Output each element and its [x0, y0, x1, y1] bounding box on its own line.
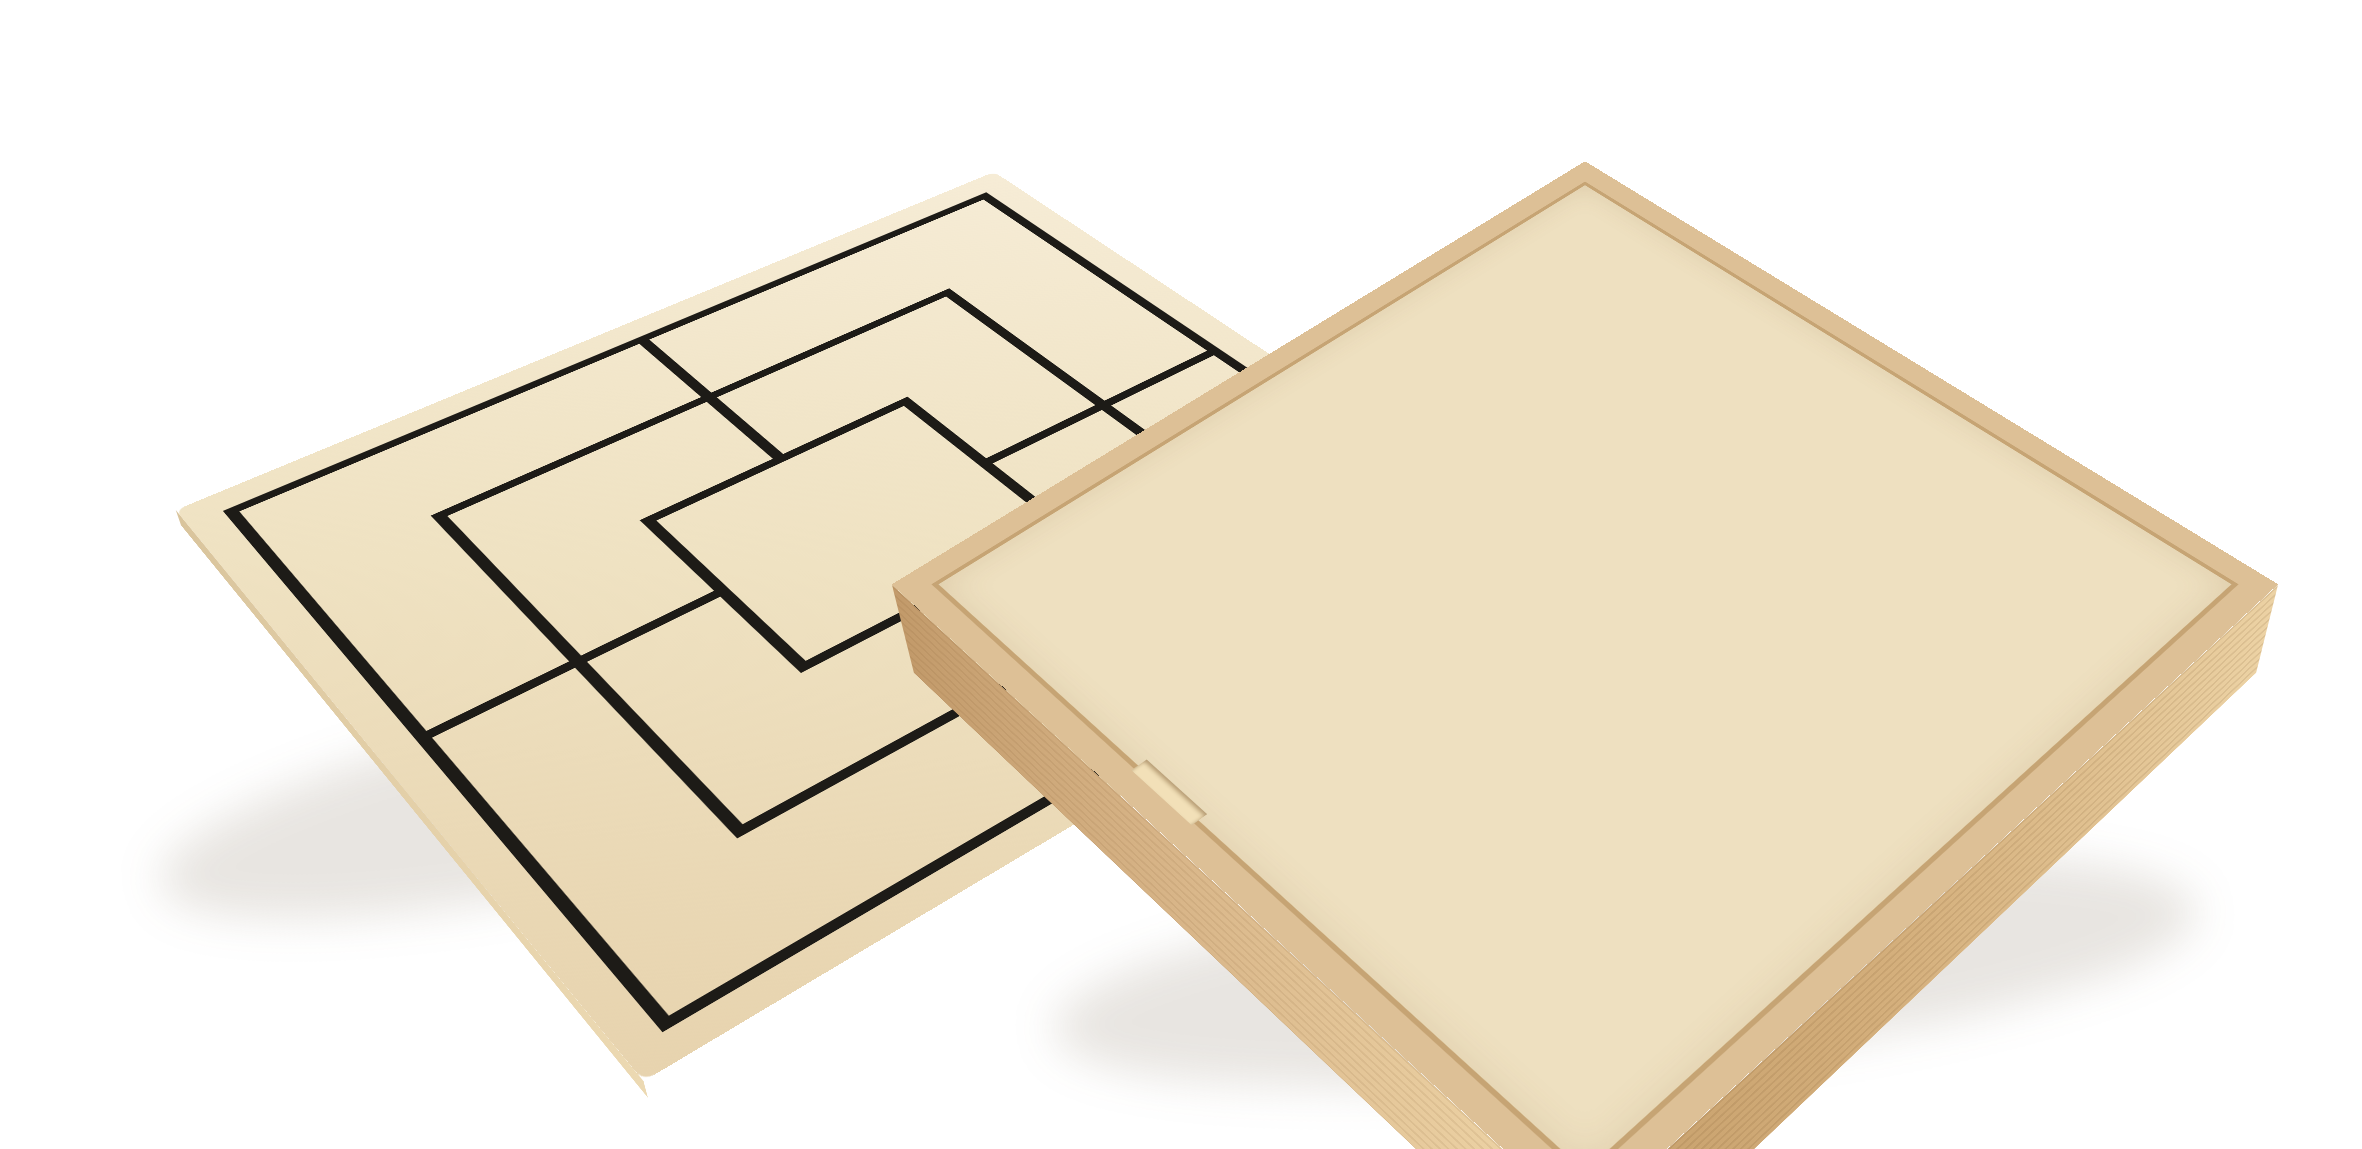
chess-box [892, 162, 2278, 1149]
chess-board [892, 161, 2278, 1149]
chess-box-scene [1095, 95, 2075, 1075]
product-photo-stage [0, 0, 2362, 1149]
mill-connector-bottom [420, 588, 726, 741]
chess-board-squares [948, 190, 2221, 1149]
